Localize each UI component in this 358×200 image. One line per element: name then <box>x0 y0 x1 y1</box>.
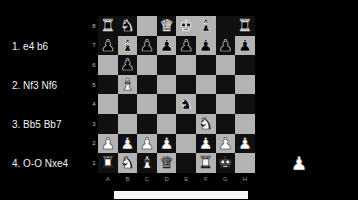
white-rook-f1[interactable]: ♜ <box>199 153 213 173</box>
square-b1[interactable]: ♞ <box>118 153 138 173</box>
rank-label-4: 4 <box>90 94 98 114</box>
white-bishop-b5[interactable]: ♝ <box>120 75 134 95</box>
white-king-g1[interactable]: ♚ <box>218 153 232 173</box>
square-h1[interactable] <box>235 153 255 173</box>
square-g5[interactable] <box>216 75 236 95</box>
square-a5[interactable] <box>98 75 118 95</box>
square-c4[interactable] <box>137 94 157 114</box>
square-f2[interactable]: ♟ <box>196 134 216 154</box>
square-g7[interactable]: ♟ <box>216 36 236 56</box>
file-label-d: D <box>157 174 177 184</box>
file-label-g: G <box>216 174 236 184</box>
square-g8[interactable] <box>216 16 236 36</box>
square-d4[interactable] <box>157 94 177 114</box>
square-b2[interactable]: ♟ <box>118 134 138 154</box>
black-bishop-b7[interactable]: ♝ <box>120 36 134 56</box>
square-e2[interactable] <box>176 134 196 154</box>
black-pawn-c7[interactable]: ♟ <box>140 36 154 56</box>
white-knight-f3[interactable]: ♞ <box>199 114 213 134</box>
file-label-a: A <box>98 174 118 184</box>
square-h6[interactable] <box>235 55 255 75</box>
black-knight-e4[interactable]: ♞ <box>179 94 193 114</box>
square-b5[interactable]: ♝ <box>118 75 138 95</box>
square-h3[interactable] <box>235 114 255 134</box>
black-knight-b8[interactable]: ♞ <box>120 16 134 36</box>
white-pawn-b2[interactable]: ♟ <box>120 134 134 154</box>
file-labels: ABCDEFGH <box>98 174 255 184</box>
black-pawn-e7[interactable]: ♟ <box>179 36 193 56</box>
rank-label-7: 7 <box>90 36 98 56</box>
file-label-b: B <box>118 174 138 184</box>
white-pawn-g2[interactable]: ♟ <box>218 134 232 154</box>
square-h2[interactable]: ♟ <box>235 134 255 154</box>
square-a7[interactable]: ♟ <box>98 36 118 56</box>
square-g4[interactable] <box>216 94 236 114</box>
rank-label-5: 5 <box>90 75 98 95</box>
square-c6[interactable] <box>137 55 157 75</box>
black-pawn-h7[interactable]: ♟ <box>238 36 252 56</box>
square-c1[interactable]: ♝ <box>137 153 157 173</box>
square-g1[interactable]: ♚ <box>216 153 236 173</box>
square-a8[interactable]: ♜ <box>98 16 118 36</box>
rank-label-2: 2 <box>90 134 98 154</box>
black-pawn-d7[interactable]: ♟ <box>159 36 173 56</box>
black-pawn-g7[interactable]: ♟ <box>218 36 232 56</box>
file-label-e: E <box>176 174 196 184</box>
rank-label-1: 1 <box>90 153 98 173</box>
square-d3[interactable] <box>157 114 177 134</box>
square-a2[interactable]: ♟ <box>98 134 118 154</box>
square-d8[interactable]: ♛ <box>157 16 177 36</box>
square-d5[interactable] <box>157 75 177 95</box>
white-pawn-d2[interactable]: ♟ <box>159 134 173 154</box>
move-list: 1. e4 b6 2. Nf3 Nf6 3. Bb5 Bb7 4. O-O Nx… <box>12 14 68 196</box>
captured-pieces-tray: ♟ <box>285 149 313 177</box>
square-b4[interactable] <box>118 94 138 114</box>
black-pawn-b6[interactable]: ♟ <box>120 55 134 75</box>
square-a4[interactable] <box>98 94 118 114</box>
white-pawn-h2[interactable]: ♟ <box>238 134 252 154</box>
square-c2[interactable]: ♟ <box>137 134 157 154</box>
square-e3[interactable] <box>176 114 196 134</box>
square-d2[interactable]: ♟ <box>157 134 177 154</box>
file-label-h: H <box>235 174 255 184</box>
square-g3[interactable] <box>216 114 236 134</box>
move-line: 1. e4 b6 <box>12 40 68 53</box>
square-d6[interactable] <box>157 55 177 75</box>
square-b8[interactable]: ♞ <box>118 16 138 36</box>
square-b3[interactable] <box>118 114 138 134</box>
square-f7[interactable]: ♟ <box>196 36 216 56</box>
black-bishop-f8[interactable]: ♝ <box>199 16 213 36</box>
square-d1[interactable]: ♛ <box>157 153 177 173</box>
square-e6[interactable] <box>176 55 196 75</box>
square-g2[interactable]: ♟ <box>216 134 236 154</box>
square-h5[interactable] <box>235 75 255 95</box>
square-a6[interactable] <box>98 55 118 75</box>
captured-white-pawn: ♟ <box>290 149 307 177</box>
black-pawn-f7[interactable]: ♟ <box>199 36 213 56</box>
square-f6[interactable] <box>196 55 216 75</box>
square-g6[interactable] <box>216 55 236 75</box>
status-bar <box>114 191 248 199</box>
rank-labels: 87654321 <box>90 16 98 173</box>
white-pawn-c2[interactable]: ♟ <box>140 134 154 154</box>
square-c8[interactable] <box>137 16 157 36</box>
square-e1[interactable] <box>176 153 196 173</box>
white-pawn-f2[interactable]: ♟ <box>199 134 213 154</box>
white-rook-a1[interactable]: ♜ <box>101 153 115 173</box>
square-e8[interactable]: ♚ <box>176 16 196 36</box>
white-knight-b1[interactable]: ♞ <box>120 153 134 173</box>
square-b7[interactable]: ♝ <box>118 36 138 56</box>
white-pawn-a2[interactable]: ♟ <box>101 134 115 154</box>
square-a3[interactable] <box>98 114 118 134</box>
square-b6[interactable]: ♟ <box>118 55 138 75</box>
square-f4[interactable] <box>196 94 216 114</box>
white-queen-d1[interactable]: ♛ <box>159 153 173 173</box>
square-h4[interactable] <box>235 94 255 114</box>
black-pawn-a7[interactable]: ♟ <box>101 36 115 56</box>
square-f1[interactable]: ♜ <box>196 153 216 173</box>
square-c3[interactable] <box>137 114 157 134</box>
rank-label-8: 8 <box>90 16 98 36</box>
square-e4[interactable]: ♞ <box>176 94 196 114</box>
file-label-c: C <box>137 174 157 184</box>
square-e7[interactable]: ♟ <box>176 36 196 56</box>
black-queen-d8[interactable]: ♛ <box>159 16 173 36</box>
black-king-e8[interactable]: ♚ <box>179 16 193 36</box>
square-e5[interactable] <box>176 75 196 95</box>
square-c5[interactable] <box>137 75 157 95</box>
square-f3[interactable]: ♞ <box>196 114 216 134</box>
move-line: 2. Nf3 Nf6 <box>12 79 68 92</box>
square-c7[interactable]: ♟ <box>137 36 157 56</box>
chess-board[interactable]: ♜♞♛♚♝♜♟♝♟♟♟♟♟♟♟♝♞♞♟♟♟♟♟♟♟♜♞♝♛♜♚ <box>98 16 255 173</box>
square-f8[interactable]: ♝ <box>196 16 216 36</box>
square-f5[interactable] <box>196 75 216 95</box>
chess-app-screen: 1. e4 b6 2. Nf3 Nf6 3. Bb5 Bb7 4. O-O Nx… <box>0 0 358 200</box>
move-line: 3. Bb5 Bb7 <box>12 118 68 131</box>
square-a1[interactable]: ♜ <box>98 153 118 173</box>
move-line: 4. O-O Nxe4 <box>12 157 68 170</box>
rank-label-6: 6 <box>90 55 98 75</box>
white-bishop-c1[interactable]: ♝ <box>140 153 154 173</box>
black-rook-h8[interactable]: ♜ <box>238 16 252 36</box>
square-d7[interactable]: ♟ <box>157 36 177 56</box>
square-h7[interactable]: ♟ <box>235 36 255 56</box>
file-label-f: F <box>196 174 216 184</box>
square-h8[interactable]: ♜ <box>235 16 255 36</box>
rank-label-3: 3 <box>90 114 98 134</box>
black-rook-a8[interactable]: ♜ <box>101 16 115 36</box>
